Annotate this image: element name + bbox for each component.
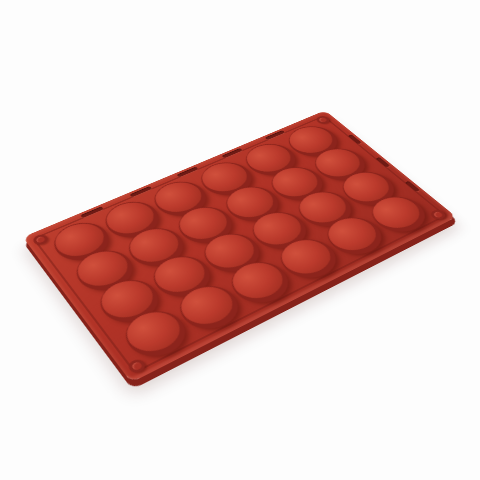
photo-background: Red 24-cavity round silicone baking mold… (0, 0, 480, 480)
image-caption: Red 24-cavity round silicone baking mold… (0, 0, 1, 1)
silicone-mold (23, 110, 457, 382)
